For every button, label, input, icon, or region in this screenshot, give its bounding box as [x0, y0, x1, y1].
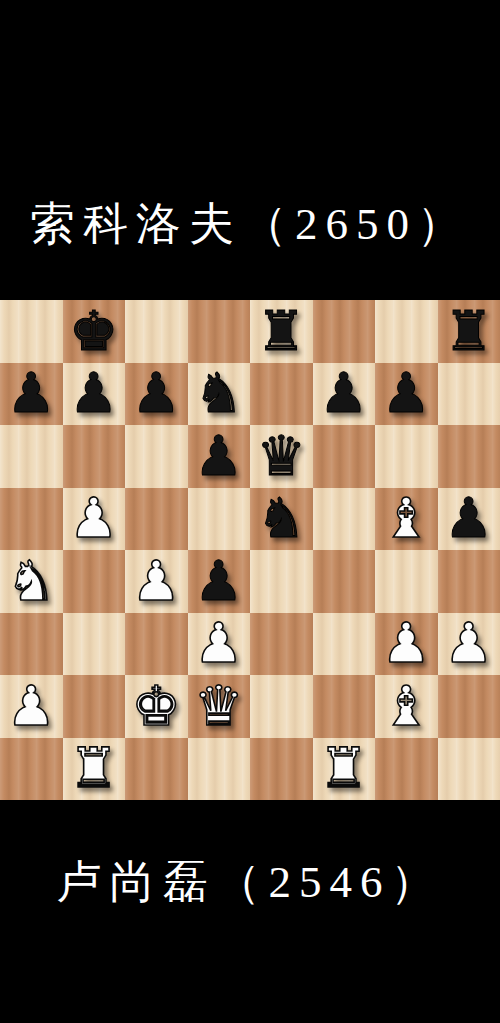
square-h5[interactable]: ♟: [438, 488, 500, 551]
square-f6[interactable]: [313, 425, 376, 488]
square-b4[interactable]: [63, 550, 126, 613]
square-d8[interactable]: [188, 300, 251, 363]
square-g7[interactable]: ♟: [375, 363, 438, 426]
square-h7[interactable]: [438, 363, 500, 426]
square-d2[interactable]: ♛: [188, 675, 251, 738]
square-c6[interactable]: [125, 425, 188, 488]
piece-white-bishop: ♝: [382, 679, 431, 734]
piece-black-knight: ♞: [257, 491, 306, 546]
square-a7[interactable]: ♟: [0, 363, 63, 426]
piece-white-rook: ♜: [69, 741, 118, 796]
square-c1[interactable]: [125, 738, 188, 801]
square-e8[interactable]: ♜: [250, 300, 313, 363]
square-e5[interactable]: ♞: [250, 488, 313, 551]
piece-white-knight: ♞: [7, 554, 56, 609]
piece-white-bishop: ♝: [382, 491, 431, 546]
square-c4[interactable]: ♟: [125, 550, 188, 613]
square-f8[interactable]: [313, 300, 376, 363]
piece-black-queen: ♛: [257, 429, 306, 484]
square-g1[interactable]: [375, 738, 438, 801]
piece-white-pawn: ♟: [7, 679, 56, 734]
piece-black-pawn: ♟: [7, 366, 56, 421]
piece-white-rook: ♜: [319, 741, 368, 796]
piece-black-pawn: ♟: [132, 366, 181, 421]
square-g8[interactable]: [375, 300, 438, 363]
square-f2[interactable]: [313, 675, 376, 738]
piece-black-pawn: ♟: [382, 366, 431, 421]
piece-black-rook: ♜: [257, 304, 306, 359]
square-g5[interactable]: ♝: [375, 488, 438, 551]
square-e3[interactable]: [250, 613, 313, 676]
square-d6[interactable]: ♟: [188, 425, 251, 488]
square-f5[interactable]: [313, 488, 376, 551]
square-e1[interactable]: [250, 738, 313, 801]
piece-black-pawn: ♟: [69, 366, 118, 421]
square-c5[interactable]: [125, 488, 188, 551]
square-c2[interactable]: ♚: [125, 675, 188, 738]
square-a1[interactable]: [0, 738, 63, 801]
square-b3[interactable]: [63, 613, 126, 676]
piece-black-knight: ♞: [194, 366, 243, 421]
square-b2[interactable]: [63, 675, 126, 738]
square-g4[interactable]: [375, 550, 438, 613]
square-b8[interactable]: ♚: [63, 300, 126, 363]
square-b5[interactable]: ♟: [63, 488, 126, 551]
piece-white-pawn: ♟: [194, 616, 243, 671]
chess-board: ♚♜♜♟♟♟♞♟♟♟♛♟♞♝♟♞♟♟♟♟♟♟♚♛♝♜♜: [0, 300, 500, 800]
square-h2[interactable]: [438, 675, 500, 738]
piece-white-queen: ♛: [194, 679, 243, 734]
piece-black-rook: ♜: [444, 304, 493, 359]
square-h6[interactable]: [438, 425, 500, 488]
square-a6[interactable]: [0, 425, 63, 488]
square-c3[interactable]: [125, 613, 188, 676]
square-d7[interactable]: ♞: [188, 363, 251, 426]
square-e2[interactable]: [250, 675, 313, 738]
square-a8[interactable]: [0, 300, 63, 363]
piece-black-pawn: ♟: [194, 429, 243, 484]
square-c7[interactable]: ♟: [125, 363, 188, 426]
square-c8[interactable]: [125, 300, 188, 363]
square-e6[interactable]: ♛: [250, 425, 313, 488]
square-b1[interactable]: ♜: [63, 738, 126, 801]
piece-white-pawn: ♟: [444, 616, 493, 671]
piece-white-king: ♚: [132, 679, 181, 734]
square-f1[interactable]: ♜: [313, 738, 376, 801]
square-h4[interactable]: [438, 550, 500, 613]
square-f3[interactable]: [313, 613, 376, 676]
piece-black-pawn: ♟: [319, 366, 368, 421]
screen: 索科洛夫（2650） ♚♜♜♟♟♟♞♟♟♟♛♟♞♝♟♞♟♟♟♟♟♟♚♛♝♜♜ 卢…: [0, 0, 500, 1023]
square-g3[interactable]: ♟: [375, 613, 438, 676]
square-d4[interactable]: ♟: [188, 550, 251, 613]
square-a5[interactable]: [0, 488, 63, 551]
square-e7[interactable]: [250, 363, 313, 426]
piece-white-pawn: ♟: [132, 554, 181, 609]
player-bottom-name: 卢尚磊（2546）: [0, 854, 500, 910]
square-b7[interactable]: ♟: [63, 363, 126, 426]
piece-black-king: ♚: [69, 304, 118, 359]
piece-white-pawn: ♟: [382, 616, 431, 671]
square-d1[interactable]: [188, 738, 251, 801]
square-h3[interactable]: ♟: [438, 613, 500, 676]
square-a3[interactable]: [0, 613, 63, 676]
square-b6[interactable]: [63, 425, 126, 488]
piece-white-pawn: ♟: [69, 491, 118, 546]
square-f4[interactable]: [313, 550, 376, 613]
square-d3[interactable]: ♟: [188, 613, 251, 676]
square-e4[interactable]: [250, 550, 313, 613]
square-a4[interactable]: ♞: [0, 550, 63, 613]
square-a2[interactable]: ♟: [0, 675, 63, 738]
square-g2[interactable]: ♝: [375, 675, 438, 738]
player-top-name: 索科洛夫（2650）: [0, 196, 500, 252]
square-d5[interactable]: [188, 488, 251, 551]
piece-black-pawn: ♟: [194, 554, 243, 609]
square-h1[interactable]: [438, 738, 500, 801]
square-g6[interactable]: [375, 425, 438, 488]
square-h8[interactable]: ♜: [438, 300, 500, 363]
square-f7[interactable]: ♟: [313, 363, 376, 426]
piece-black-pawn: ♟: [444, 491, 493, 546]
